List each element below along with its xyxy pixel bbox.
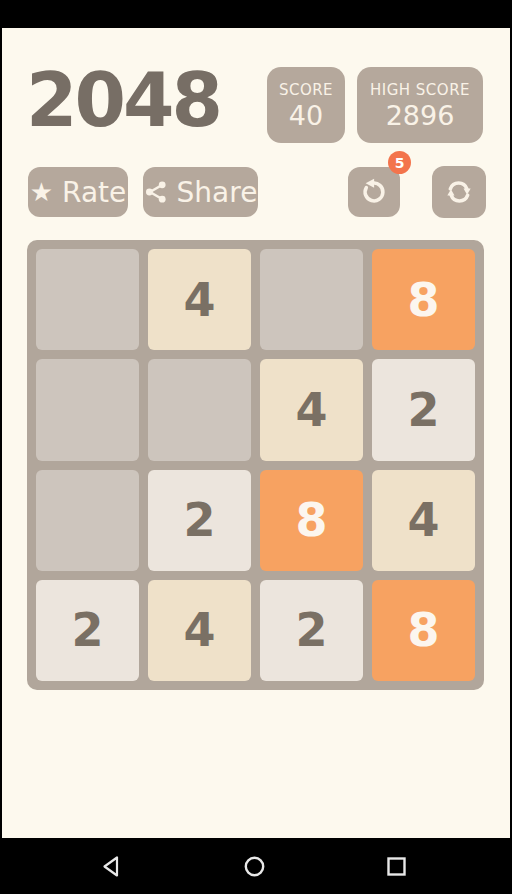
tile-4-r0c1: 4 (148, 249, 251, 350)
undo-button[interactable] (348, 167, 400, 217)
undo-icon (359, 177, 389, 207)
tile-4-r3c1: 4 (148, 580, 251, 681)
tile-8-r3c3: 8 (372, 580, 475, 681)
star-icon: ★ (30, 179, 53, 205)
tile-2-r3c0: 2 (36, 580, 139, 681)
rate-button-label: Rate (62, 176, 126, 209)
share-button[interactable]: Share (143, 167, 258, 217)
share-icon (144, 180, 168, 204)
tile-2-r1c3: 2 (372, 359, 475, 460)
tile-2-r3c2: 2 (260, 580, 363, 681)
home-icon[interactable] (243, 855, 266, 878)
tile-4-r1c2: 4 (260, 359, 363, 460)
recents-icon[interactable] (385, 855, 408, 878)
refresh-icon (444, 177, 474, 207)
share-button-label: Share (177, 176, 258, 209)
high-score-value: 2896 (386, 102, 455, 129)
tile-8-r0c3: 8 (372, 249, 475, 350)
empty-cell-r1c1 (148, 359, 251, 460)
tile-2-r2c1: 2 (148, 470, 251, 571)
back-icon[interactable] (101, 855, 124, 878)
high-score-label: HIGH SCORE (370, 81, 470, 99)
score-value: 40 (289, 102, 323, 129)
empty-cell-r1c0 (36, 359, 139, 460)
page-title: 2048 (26, 58, 266, 142)
score-box: SCORE 40 (267, 67, 345, 143)
empty-cell-r0c2 (260, 249, 363, 350)
screen-left-edge (0, 0, 2, 894)
restart-button[interactable] (432, 166, 486, 218)
app-screen: 2048 SCORE 40 HIGH SCORE 2896 ★ Rate Sha… (0, 0, 512, 894)
game-board[interactable]: 48422842428 (27, 240, 484, 690)
undo-count-badge: 5 (388, 151, 411, 174)
tile-4-r2c3: 4 (372, 470, 475, 571)
empty-cell-r0c0 (36, 249, 139, 350)
status-bar (0, 0, 512, 28)
rate-button[interactable]: ★ Rate (28, 167, 128, 217)
empty-cell-r2c0 (36, 470, 139, 571)
tile-8-r2c2: 8 (260, 470, 363, 571)
score-label: SCORE (279, 81, 333, 99)
high-score-box: HIGH SCORE 2896 (357, 67, 483, 143)
